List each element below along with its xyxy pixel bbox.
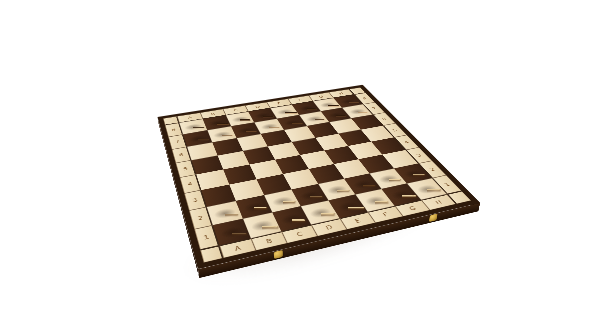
chess-board: ABCDEFGH8♜♞♝♛♚♝♞♜87♟♟♟♟♟♟♟♟7665544332♟♟♟…	[157, 85, 480, 269]
brass-clasp-icon	[429, 214, 438, 222]
chess-set-photo: ABCDEFGH8♜♞♝♛♚♝♞♜87♟♟♟♟♟♟♟♟7665544332♟♟♟…	[0, 0, 600, 315]
scene: ABCDEFGH8♜♞♝♛♚♝♞♜87♟♟♟♟♟♟♟♟7665544332♟♟♟…	[0, 0, 600, 315]
board-grid: ABCDEFGH8♜♞♝♛♚♝♞♜87♟♟♟♟♟♟♟♟7665544332♟♟♟…	[163, 87, 471, 262]
square-a7[interactable]: ♟	[183, 130, 212, 146]
brass-clasp-icon	[274, 250, 283, 259]
square-c5[interactable]	[243, 146, 275, 164]
